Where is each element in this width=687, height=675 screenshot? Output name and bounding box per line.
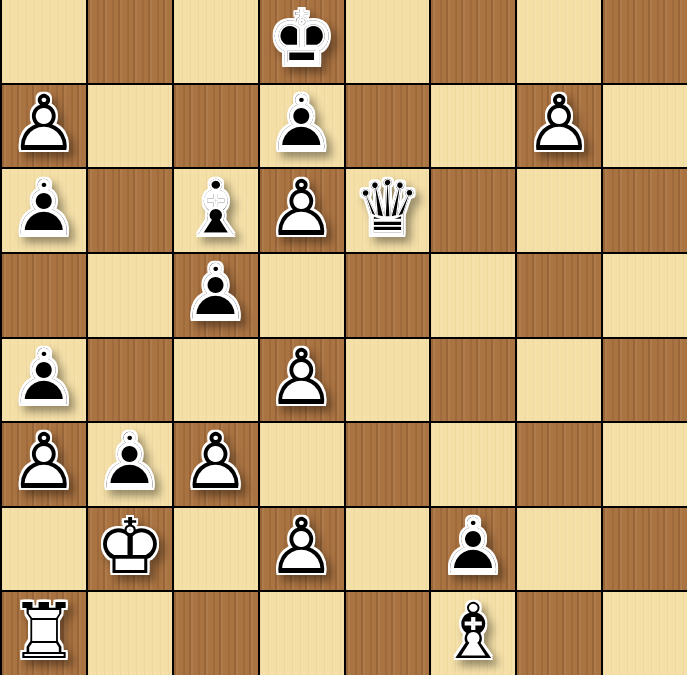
black-pawn-outline-icon: ♙ [267,85,336,162]
square-f6[interactable] [431,169,515,252]
square-h2[interactable] [603,508,687,591]
white-pawn-outline-icon: ♙ [9,424,78,501]
square-a6[interactable]: ♟♙ [2,169,86,252]
black-pawn-outline-icon: ♙ [181,254,250,331]
square-f4[interactable] [431,339,515,422]
square-e3[interactable] [346,423,430,506]
piece-black-pawn-d7[interactable]: ♟♙ [260,85,344,168]
square-g8[interactable] [517,0,601,83]
black-pawn-outline-icon: ♙ [95,424,164,501]
piece-black-pawn-a4[interactable]: ♟♙ [2,339,86,422]
piece-white-bishop-f1[interactable]: ♝♗ [431,592,515,675]
square-d6[interactable]: ♟♙ [260,169,344,252]
piece-white-pawn-d6[interactable]: ♟♙ [260,169,344,252]
piece-white-pawn-a3[interactable]: ♟♙ [2,423,86,506]
square-g3[interactable] [517,423,601,506]
square-f8[interactable] [431,0,515,83]
square-h4[interactable] [603,339,687,422]
piece-white-pawn-c3[interactable]: ♟♙ [174,423,258,506]
square-f1[interactable]: ♝♗ [431,592,515,675]
square-g5[interactable] [517,254,601,337]
square-a2[interactable] [2,508,86,591]
square-d2[interactable]: ♟♙ [260,508,344,591]
white-pawn-outline-icon: ♙ [9,85,78,162]
piece-white-pawn-d4[interactable]: ♟♙ [260,339,344,422]
square-c6[interactable]: ♝♗ [174,169,258,252]
square-a8[interactable] [2,0,86,83]
black-bishop-outline-icon: ♗ [181,170,250,247]
white-bishop-outline-icon: ♗ [439,593,508,670]
square-a1[interactable]: ♜♖ [2,592,86,675]
square-e5[interactable] [346,254,430,337]
square-c4[interactable] [174,339,258,422]
square-d8[interactable]: ♚♔ [260,0,344,83]
square-b5[interactable] [88,254,172,337]
square-g4[interactable] [517,339,601,422]
square-g6[interactable] [517,169,601,252]
square-d3[interactable] [260,423,344,506]
square-g2[interactable] [517,508,601,591]
square-e2[interactable] [346,508,430,591]
piece-white-pawn-g7[interactable]: ♟♙ [517,85,601,168]
piece-black-king-d8[interactable]: ♚♔ [260,0,344,83]
piece-black-pawn-c5[interactable]: ♟♙ [174,254,258,337]
piece-white-pawn-a7[interactable]: ♟♙ [2,85,86,168]
square-f2[interactable]: ♟♙ [431,508,515,591]
white-pawn-outline-icon: ♙ [525,85,594,162]
square-d4[interactable]: ♟♙ [260,339,344,422]
square-e1[interactable] [346,592,430,675]
square-f5[interactable] [431,254,515,337]
square-d5[interactable] [260,254,344,337]
square-h6[interactable] [603,169,687,252]
square-c8[interactable] [174,0,258,83]
white-pawn-outline-icon: ♙ [267,508,336,585]
white-pawn-outline-icon: ♙ [267,339,336,416]
square-b1[interactable] [88,592,172,675]
white-king-outline-icon: ♔ [95,508,164,585]
piece-black-queen-e6[interactable]: ♛♕ [346,169,430,252]
square-e7[interactable] [346,85,430,168]
square-h5[interactable] [603,254,687,337]
square-e8[interactable] [346,0,430,83]
square-h8[interactable] [603,0,687,83]
square-c5[interactable]: ♟♙ [174,254,258,337]
square-c1[interactable] [174,592,258,675]
black-queen-outline-icon: ♕ [353,170,422,247]
square-f7[interactable] [431,85,515,168]
square-e6[interactable]: ♛♕ [346,169,430,252]
piece-black-bishop-c6[interactable]: ♝♗ [174,169,258,252]
square-b3[interactable]: ♟♙ [88,423,172,506]
chess-board: ♚♔♟♙♟♙♟♙♟♙♝♗♟♙♛♕♟♙♟♙♟♙♟♙♟♙♟♙♚♔♟♙♟♙♜♖♝♗ [0,0,687,675]
square-h3[interactable] [603,423,687,506]
square-d1[interactable] [260,592,344,675]
piece-white-rook-a1[interactable]: ♜♖ [2,592,86,675]
square-h1[interactable] [603,592,687,675]
square-b8[interactable] [88,0,172,83]
piece-black-pawn-b3[interactable]: ♟♙ [88,423,172,506]
square-d7[interactable]: ♟♙ [260,85,344,168]
square-e4[interactable] [346,339,430,422]
square-b7[interactable] [88,85,172,168]
piece-white-pawn-d2[interactable]: ♟♙ [260,508,344,591]
black-king-outline-icon: ♔ [267,1,336,78]
black-pawn-outline-icon: ♙ [9,170,78,247]
square-g7[interactable]: ♟♙ [517,85,601,168]
square-c2[interactable] [174,508,258,591]
piece-black-pawn-f2[interactable]: ♟♙ [431,508,515,591]
square-a4[interactable]: ♟♙ [2,339,86,422]
black-pawn-outline-icon: ♙ [9,339,78,416]
piece-black-pawn-a6[interactable]: ♟♙ [2,169,86,252]
square-b2[interactable]: ♚♔ [88,508,172,591]
square-f3[interactable] [431,423,515,506]
square-b6[interactable] [88,169,172,252]
white-pawn-outline-icon: ♙ [181,424,250,501]
square-c3[interactable]: ♟♙ [174,423,258,506]
square-a7[interactable]: ♟♙ [2,85,86,168]
square-g1[interactable] [517,592,601,675]
piece-white-king-b2[interactable]: ♚♔ [88,508,172,591]
white-rook-outline-icon: ♖ [9,593,78,670]
square-c7[interactable] [174,85,258,168]
square-b4[interactable] [88,339,172,422]
square-a5[interactable] [2,254,86,337]
square-h7[interactable] [603,85,687,168]
white-pawn-outline-icon: ♙ [267,170,336,247]
black-pawn-outline-icon: ♙ [439,508,508,585]
square-a3[interactable]: ♟♙ [2,423,86,506]
